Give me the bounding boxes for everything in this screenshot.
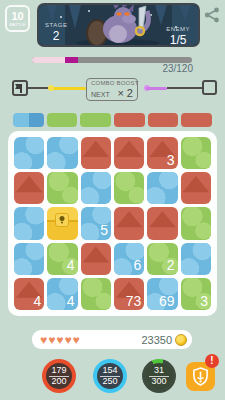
tile-number: 69 bbox=[159, 293, 175, 311]
board: 354624473693 bbox=[8, 131, 217, 316]
heart-icon: ♥ bbox=[40, 334, 47, 346]
board-tile-r4c3-red[interactable] bbox=[81, 243, 111, 275]
board-tile-r3c6-green[interactable] bbox=[181, 207, 211, 239]
board-tile-r3c1-blue[interactable] bbox=[14, 207, 44, 239]
board-tile-r2c6-red[interactable] bbox=[181, 172, 211, 204]
tile-number: 3 bbox=[167, 152, 175, 170]
share-icon[interactable] bbox=[204, 7, 220, 23]
hp-counter: 23/120 bbox=[162, 63, 193, 74]
next-tile-5-red bbox=[148, 113, 179, 127]
combo-multiplier: × 2 bbox=[117, 87, 133, 99]
tile-number: 6 bbox=[134, 257, 142, 275]
board-tile-r2c2-green[interactable] bbox=[47, 172, 77, 204]
board-tile-r1c2-blue[interactable] bbox=[47, 137, 77, 169]
next-tile-2-green bbox=[47, 113, 78, 127]
combo-next-label: NEXT bbox=[91, 91, 110, 98]
battle-badge-value: 10 bbox=[11, 11, 23, 22]
next-tile-3-green bbox=[80, 113, 111, 127]
tile-number: 4 bbox=[67, 257, 75, 275]
heart-icon: ♥ bbox=[48, 334, 55, 346]
stage-value: 2 bbox=[45, 30, 67, 42]
enemy-panel: STAGE 2 ENEMY 1/5 bbox=[37, 3, 200, 47]
board-tile-r2c1-red[interactable] bbox=[14, 172, 44, 204]
board-tile-r3c4-red[interactable] bbox=[114, 207, 144, 239]
board-tile-r4c1-blue[interactable] bbox=[14, 243, 44, 275]
board-tile-r4c5-green[interactable]: 2 bbox=[147, 243, 177, 275]
heart-icon: ♥ bbox=[56, 334, 63, 346]
item-slot-left[interactable] bbox=[12, 80, 28, 96]
stat-ring-green[interactable]: 31 300 bbox=[142, 359, 176, 393]
treasure-chest-tile-r3c2-chest[interactable] bbox=[47, 207, 77, 239]
stat-green-max: 300 bbox=[149, 376, 168, 387]
board-tile-r4c6-blue[interactable] bbox=[181, 243, 211, 275]
board-tile-r5c5-blue[interactable]: 69 bbox=[147, 278, 177, 310]
board-tile-r5c2-blue[interactable]: 4 bbox=[47, 278, 77, 310]
stat-ring-blue[interactable]: 154 250 bbox=[93, 359, 127, 393]
tile-number: 3 bbox=[200, 293, 208, 311]
tile-number: 2 bbox=[167, 257, 175, 275]
board-tile-r1c3-red[interactable] bbox=[81, 137, 111, 169]
item-slot-right[interactable] bbox=[202, 80, 217, 95]
hearts-row: ♥♥♥♥♥ bbox=[40, 334, 80, 346]
status-bar: ♥♥♥♥♥ 23350 bbox=[32, 330, 192, 349]
combo-marker-yellow bbox=[48, 85, 54, 91]
board-tile-r1c5-red[interactable]: 3 bbox=[147, 137, 177, 169]
battle-badge-label: BATTLE bbox=[9, 23, 25, 27]
enemy-indicator: ENEMY 1/5 bbox=[166, 26, 190, 46]
hp-segment-remaining bbox=[32, 57, 65, 63]
board-tile-r1c4-red[interactable] bbox=[114, 137, 144, 169]
tile-number: 73 bbox=[126, 293, 142, 311]
heart-icon: ♥ bbox=[73, 334, 80, 346]
stage-indicator: STAGE 2 bbox=[45, 22, 67, 42]
board-tile-r2c3-blue[interactable] bbox=[81, 172, 111, 204]
board-tile-r2c5-blue[interactable] bbox=[147, 172, 177, 204]
combo-track-right bbox=[167, 87, 203, 89]
stat-red-max: 200 bbox=[49, 376, 68, 387]
board-tile-r2c4-green[interactable] bbox=[114, 172, 144, 204]
stage-label: STAGE bbox=[45, 22, 67, 28]
board-tile-r5c4-red[interactable]: 73 bbox=[114, 278, 144, 310]
combo-progress-yellow bbox=[50, 87, 86, 90]
tile-number: 4 bbox=[67, 293, 75, 311]
stat-red-current: 179 bbox=[51, 366, 66, 376]
board-tile-r5c3-green[interactable] bbox=[81, 278, 111, 310]
next-tile-1-blue-stacked bbox=[13, 113, 44, 127]
enemy-count: 1/5 bbox=[166, 34, 190, 46]
flag-icon-cloth bbox=[15, 84, 21, 89]
tile-number: 5 bbox=[100, 222, 108, 240]
board-tile-r3c3-blue[interactable]: 5 bbox=[81, 207, 111, 239]
next-tile-6-red bbox=[181, 113, 212, 127]
heart-icon: ♥ bbox=[64, 334, 71, 346]
coin-count: 23350 bbox=[141, 334, 172, 346]
coin-icon bbox=[175, 334, 187, 346]
combo-progress-purple bbox=[146, 87, 167, 90]
hp-segment-recent-damage bbox=[65, 57, 78, 63]
board-tile-r5c6-green[interactable]: 3 bbox=[181, 278, 211, 310]
shield-sword-icon bbox=[192, 367, 209, 386]
enemy-label: ENEMY bbox=[166, 26, 190, 32]
tile-number: 4 bbox=[34, 293, 42, 311]
stat-blue-max: 250 bbox=[100, 376, 119, 387]
combo-boost-panel: COMBO BOOST NEXT × 2 bbox=[86, 78, 138, 101]
board-tile-r1c6-green[interactable] bbox=[181, 137, 211, 169]
board-tile-r1c1-blue[interactable] bbox=[14, 137, 44, 169]
stat-green-current: 31 bbox=[154, 366, 164, 376]
next-tile-4-red bbox=[114, 113, 145, 127]
notification-badge: ! bbox=[205, 354, 219, 368]
board-tile-r4c4-blue[interactable]: 6 bbox=[114, 243, 144, 275]
game-screen: 10 BATTLE bbox=[0, 0, 225, 400]
board-tile-r3c5-red[interactable] bbox=[147, 207, 177, 239]
next-tiles-row bbox=[13, 113, 212, 127]
battle-badge[interactable]: 10 BATTLE bbox=[5, 5, 30, 32]
combo-boost-title: COMBO BOOST bbox=[91, 80, 133, 86]
stat-blue-current: 154 bbox=[102, 366, 117, 376]
stat-ring-red[interactable]: 179 200 bbox=[42, 359, 76, 393]
board-tile-r4c2-green[interactable]: 4 bbox=[47, 243, 77, 275]
board-tile-r5c1-red[interactable]: 4 bbox=[14, 278, 44, 310]
